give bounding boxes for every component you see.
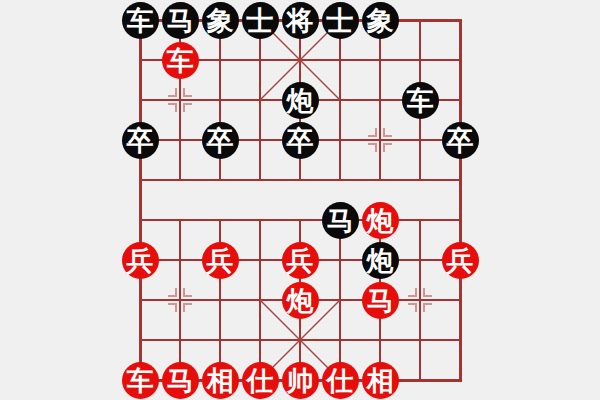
piece-red-general[interactable]: 帅: [282, 362, 319, 399]
start-position-marker: [168, 88, 192, 112]
piece-black-advisor[interactable]: 士: [322, 2, 359, 39]
piece-red-chariot[interactable]: 车: [122, 362, 159, 399]
piece-red-soldier[interactable]: 兵: [122, 242, 159, 279]
piece-black-elephant[interactable]: 象: [202, 2, 239, 39]
piece-black-horse[interactable]: 马: [322, 202, 359, 239]
piece-black-elephant[interactable]: 象: [362, 2, 399, 39]
piece-red-horse[interactable]: 马: [162, 362, 199, 399]
piece-red-soldier[interactable]: 兵: [442, 242, 479, 279]
piece-black-general[interactable]: 将: [282, 2, 319, 39]
piece-black-advisor[interactable]: 士: [242, 2, 279, 39]
piece-red-horse[interactable]: 马: [362, 282, 399, 319]
piece-red-advisor[interactable]: 仕: [322, 362, 359, 399]
piece-black-soldier[interactable]: 卒: [282, 122, 319, 159]
piece-red-soldier[interactable]: 兵: [202, 242, 239, 279]
xiangqi-board: 车马象士将士象车炮车卒卒卒卒马炮兵兵兵炮兵炮马车马相仕帅仕相: [0, 0, 600, 400]
piece-red-cannon[interactable]: 炮: [362, 202, 399, 239]
piece-red-cannon[interactable]: 炮: [282, 282, 319, 319]
piece-red-soldier[interactable]: 兵: [282, 242, 319, 279]
start-position-marker: [368, 128, 392, 152]
piece-black-soldier[interactable]: 卒: [442, 122, 479, 159]
piece-red-elephant[interactable]: 相: [202, 362, 239, 399]
start-position-marker: [408, 288, 432, 312]
piece-black-chariot[interactable]: 车: [402, 82, 439, 119]
piece-red-elephant[interactable]: 相: [362, 362, 399, 399]
piece-black-soldier[interactable]: 卒: [202, 122, 239, 159]
piece-red-chariot[interactable]: 车: [162, 42, 199, 79]
piece-black-chariot[interactable]: 车: [122, 2, 159, 39]
board-pieces-layer: 车马象士将士象车炮车卒卒卒卒马炮兵兵兵炮兵炮马车马相仕帅仕相: [120, 0, 480, 400]
start-position-marker: [168, 288, 192, 312]
piece-black-horse[interactable]: 马: [162, 2, 199, 39]
piece-black-cannon[interactable]: 炮: [362, 242, 399, 279]
piece-red-advisor[interactable]: 仕: [242, 362, 279, 399]
piece-black-cannon[interactable]: 炮: [282, 82, 319, 119]
piece-black-soldier[interactable]: 卒: [122, 122, 159, 159]
